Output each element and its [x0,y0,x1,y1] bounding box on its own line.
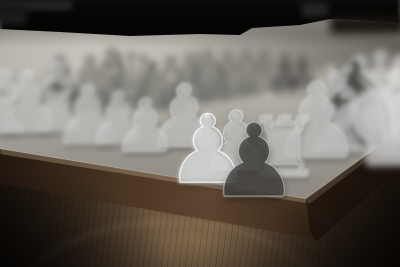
chess-piece-pawn: ♟ [209,111,300,212]
chess-photo: ♟♟♝♛♟♝♟♞♟♝♟♟♟♝♟♝♟♟♟♟♟♟♟♜♟♝♞♛♚ [0,0,400,267]
chess-piece-king: ♚ [339,54,400,184]
chess-piece-bishop: ♝ [0,59,42,145]
